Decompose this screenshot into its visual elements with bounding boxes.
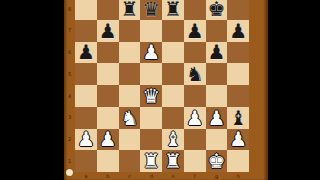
square-a3[interactable] bbox=[75, 107, 97, 129]
square-b5[interactable] bbox=[97, 63, 119, 85]
square-b3[interactable] bbox=[97, 107, 119, 129]
square-e8[interactable]: ♜ bbox=[162, 0, 184, 20]
square-b7[interactable]: ♟ bbox=[97, 20, 119, 42]
black-pawn-piece: ♟ bbox=[186, 21, 204, 41]
black-king-piece: ♚ bbox=[207, 0, 225, 19]
square-a6[interactable]: ♟ bbox=[75, 42, 97, 64]
file-label-d: d bbox=[149, 174, 154, 179]
square-d6[interactable]: ♟ bbox=[140, 42, 162, 64]
square-g6[interactable]: ♟ bbox=[206, 42, 228, 64]
file-label-e: e bbox=[171, 174, 176, 179]
square-h7[interactable]: ♟ bbox=[227, 20, 249, 42]
white-to-move-indicator-dot bbox=[66, 169, 73, 176]
square-e5[interactable] bbox=[162, 63, 184, 85]
rank-label-4: 4 bbox=[67, 94, 72, 99]
square-c6[interactable] bbox=[119, 42, 141, 64]
file-label-a: a bbox=[84, 174, 89, 179]
square-a7[interactable] bbox=[75, 20, 97, 42]
square-g1[interactable]: ♚ bbox=[206, 150, 228, 172]
square-d2[interactable] bbox=[140, 129, 162, 151]
file-label-f: f bbox=[192, 174, 197, 179]
square-e4[interactable] bbox=[162, 85, 184, 107]
square-a1[interactable] bbox=[75, 150, 97, 172]
square-a8[interactable] bbox=[75, 0, 97, 20]
square-b2[interactable]: ♟ bbox=[97, 129, 119, 151]
black-pawn-piece: ♟ bbox=[229, 21, 247, 41]
square-c8[interactable]: ♜ bbox=[119, 0, 141, 20]
white-pawn-piece: ♟ bbox=[99, 129, 117, 149]
white-pawn-piece: ♟ bbox=[207, 108, 225, 128]
square-g8[interactable]: ♚ bbox=[206, 0, 228, 20]
square-b8[interactable] bbox=[97, 0, 119, 20]
rank-label-5: 5 bbox=[67, 72, 72, 77]
square-b1[interactable] bbox=[97, 150, 119, 172]
square-f7[interactable]: ♟ bbox=[184, 20, 206, 42]
square-g3[interactable]: ♟ bbox=[206, 107, 228, 129]
black-queen-piece: ♛ bbox=[142, 0, 160, 19]
square-a5[interactable] bbox=[75, 63, 97, 85]
file-label-h: h bbox=[236, 174, 241, 179]
black-pawn-piece: ♟ bbox=[77, 42, 95, 62]
square-g5[interactable] bbox=[206, 63, 228, 85]
file-label-c: c bbox=[127, 174, 132, 179]
square-e6[interactable] bbox=[162, 42, 184, 64]
square-a2[interactable]: ♟ bbox=[75, 129, 97, 151]
black-rook-piece: ♜ bbox=[164, 0, 182, 19]
square-c2[interactable] bbox=[119, 129, 141, 151]
rank-label-7: 7 bbox=[67, 28, 72, 33]
white-king-piece: ♚ bbox=[207, 151, 225, 171]
square-d5[interactable] bbox=[140, 63, 162, 85]
rank-label-1: 1 bbox=[67, 159, 72, 164]
white-pawn-piece: ♟ bbox=[229, 129, 247, 149]
square-e3[interactable] bbox=[162, 107, 184, 129]
rank-label-6: 6 bbox=[67, 50, 72, 55]
white-rook-piece: ♜ bbox=[164, 151, 182, 171]
white-pawn-piece: ♟ bbox=[77, 129, 95, 149]
square-h5[interactable] bbox=[227, 63, 249, 85]
rank-label-2: 2 bbox=[67, 137, 72, 142]
square-g2[interactable] bbox=[206, 129, 228, 151]
square-c4[interactable] bbox=[119, 85, 141, 107]
black-knight-piece: ♞ bbox=[186, 64, 204, 84]
chessboard-frame: ♜♛♜♚♟♟♟♟♟♟♞♛♞♟♟♝♟♟♝♟♜♜♚ bbox=[64, 0, 268, 180]
square-h1[interactable] bbox=[227, 150, 249, 172]
square-b4[interactable] bbox=[97, 85, 119, 107]
rank-label-8: 8 bbox=[67, 7, 72, 12]
square-d4[interactable]: ♛ bbox=[140, 85, 162, 107]
square-f5[interactable]: ♞ bbox=[184, 63, 206, 85]
square-g7[interactable] bbox=[206, 20, 228, 42]
rank-label-3: 3 bbox=[67, 115, 72, 120]
square-h4[interactable] bbox=[227, 85, 249, 107]
black-bishop-piece: ♝ bbox=[229, 108, 247, 128]
square-h6[interactable] bbox=[227, 42, 249, 64]
square-c3[interactable]: ♞ bbox=[119, 107, 141, 129]
file-label-g: g bbox=[214, 174, 219, 179]
screenshot-canvas: ♜♛♜♚♟♟♟♟♟♟♞♛♞♟♟♝♟♟♝♟♜♜♚ 87654321abcdefgh bbox=[0, 0, 320, 180]
white-pawn-piece: ♟ bbox=[142, 42, 160, 62]
square-d8[interactable]: ♛ bbox=[140, 0, 162, 20]
square-c5[interactable] bbox=[119, 63, 141, 85]
white-knight-piece: ♞ bbox=[120, 108, 138, 128]
square-f2[interactable] bbox=[184, 129, 206, 151]
square-f8[interactable] bbox=[184, 0, 206, 20]
black-pawn-piece: ♟ bbox=[99, 21, 117, 41]
black-pawn-piece: ♟ bbox=[207, 42, 225, 62]
white-bishop-piece: ♝ bbox=[164, 129, 182, 149]
square-c7[interactable] bbox=[119, 20, 141, 42]
square-f3[interactable]: ♟ bbox=[184, 107, 206, 129]
square-h3[interactable]: ♝ bbox=[227, 107, 249, 129]
square-f4[interactable] bbox=[184, 85, 206, 107]
square-b6[interactable] bbox=[97, 42, 119, 64]
black-rook-piece: ♜ bbox=[120, 0, 138, 19]
square-c1[interactable] bbox=[119, 150, 141, 172]
square-a4[interactable] bbox=[75, 85, 97, 107]
square-h2[interactable]: ♟ bbox=[227, 129, 249, 151]
file-label-b: b bbox=[105, 174, 110, 179]
square-f1[interactable] bbox=[184, 150, 206, 172]
square-h8[interactable] bbox=[227, 0, 249, 20]
square-d7[interactable] bbox=[140, 20, 162, 42]
square-e2[interactable]: ♝ bbox=[162, 129, 184, 151]
square-d3[interactable] bbox=[140, 107, 162, 129]
white-pawn-piece: ♟ bbox=[186, 108, 204, 128]
square-e1[interactable]: ♜ bbox=[162, 150, 184, 172]
chess-board[interactable]: ♜♛♜♚♟♟♟♟♟♟♞♛♞♟♟♝♟♟♝♟♜♜♚ bbox=[75, 0, 249, 172]
white-rook-piece: ♜ bbox=[142, 151, 160, 171]
square-f6[interactable] bbox=[184, 42, 206, 64]
square-e7[interactable] bbox=[162, 20, 184, 42]
white-queen-piece: ♛ bbox=[142, 86, 160, 106]
square-d1[interactable]: ♜ bbox=[140, 150, 162, 172]
square-g4[interactable] bbox=[206, 85, 228, 107]
